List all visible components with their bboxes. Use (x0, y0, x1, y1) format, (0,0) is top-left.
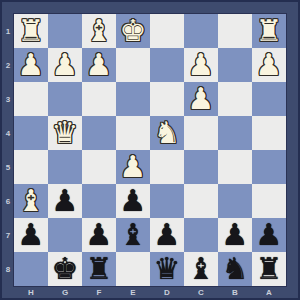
square-b1[interactable] (218, 14, 252, 48)
square-f4[interactable] (82, 116, 116, 150)
square-a8[interactable]: ♜ (252, 252, 286, 286)
square-e3[interactable] (116, 82, 150, 116)
square-g1[interactable] (48, 14, 82, 48)
square-f5[interactable] (82, 150, 116, 184)
square-d1[interactable] (150, 14, 184, 48)
white-knight[interactable]: ♞ (154, 116, 181, 150)
rank-label-8: 8 (2, 252, 14, 286)
white-rook[interactable]: ♜ (256, 14, 283, 48)
square-h3[interactable] (14, 82, 48, 116)
file-label-e: E (116, 286, 150, 298)
file-label-h: H (14, 286, 48, 298)
square-f1[interactable]: ♝ (82, 14, 116, 48)
square-d3[interactable] (150, 82, 184, 116)
square-a5[interactable] (252, 150, 286, 184)
square-c4[interactable] (184, 116, 218, 150)
square-g3[interactable] (48, 82, 82, 116)
square-f7[interactable]: ♟ (82, 218, 116, 252)
rank-label-2: 2 (2, 48, 14, 82)
rank-label-3: 3 (2, 82, 14, 116)
square-g6[interactable]: ♟ (48, 184, 82, 218)
square-e2[interactable] (116, 48, 150, 82)
black-pawn[interactable]: ♟ (154, 218, 181, 252)
square-b6[interactable] (218, 184, 252, 218)
black-rook[interactable]: ♜ (256, 252, 283, 286)
file-label-d: D (150, 286, 184, 298)
square-f2[interactable]: ♟ (82, 48, 116, 82)
square-d8[interactable]: ♛ (150, 252, 184, 286)
square-b8[interactable]: ♞ (218, 252, 252, 286)
file-label-a: A (252, 286, 286, 298)
square-g7[interactable] (48, 218, 82, 252)
square-h7[interactable]: ♟ (14, 218, 48, 252)
white-pawn[interactable]: ♟ (188, 48, 215, 82)
square-a2[interactable]: ♟ (252, 48, 286, 82)
square-g5[interactable] (48, 150, 82, 184)
white-pawn[interactable]: ♟ (256, 48, 283, 82)
black-pawn[interactable]: ♟ (18, 218, 45, 252)
square-e4[interactable] (116, 116, 150, 150)
square-h1[interactable]: ♜ (14, 14, 48, 48)
square-h2[interactable]: ♟ (14, 48, 48, 82)
square-g8[interactable]: ♚ (48, 252, 82, 286)
square-c3[interactable]: ♟ (184, 82, 218, 116)
square-f8[interactable]: ♜ (82, 252, 116, 286)
file-label-c: C (184, 286, 218, 298)
square-c1[interactable] (184, 14, 218, 48)
file-label-f: F (82, 286, 116, 298)
square-g4[interactable]: ♛ (48, 116, 82, 150)
chess-board-frame: 12345678 HGFEDCBA ♜♝♚♜♟♟♟♟♟♟♛♞♟♝♟♟♟♟♝♟♟♟… (0, 0, 300, 300)
black-pawn[interactable]: ♟ (222, 218, 249, 252)
white-bishop[interactable]: ♝ (86, 14, 113, 48)
white-pawn[interactable]: ♟ (18, 48, 45, 82)
square-d2[interactable] (150, 48, 184, 82)
square-b5[interactable] (218, 150, 252, 184)
square-b7[interactable]: ♟ (218, 218, 252, 252)
square-d5[interactable] (150, 150, 184, 184)
square-d7[interactable]: ♟ (150, 218, 184, 252)
black-pawn[interactable]: ♟ (256, 218, 283, 252)
square-g2[interactable]: ♟ (48, 48, 82, 82)
black-rook[interactable]: ♜ (86, 252, 113, 286)
square-e8[interactable] (116, 252, 150, 286)
square-h8[interactable] (14, 252, 48, 286)
white-king[interactable]: ♚ (120, 14, 147, 48)
rank-label-6: 6 (2, 184, 14, 218)
square-c8[interactable]: ♝ (184, 252, 218, 286)
square-e1[interactable]: ♚ (116, 14, 150, 48)
chess-board: ♜♝♚♜♟♟♟♟♟♟♛♞♟♝♟♟♟♟♝♟♟♟♚♜♛♝♞♜ (14, 14, 286, 286)
square-c6[interactable] (184, 184, 218, 218)
file-label-b: B (218, 286, 252, 298)
black-pawn[interactable]: ♟ (120, 184, 147, 218)
square-b4[interactable] (218, 116, 252, 150)
file-labels: HGFEDCBA (14, 286, 286, 298)
black-pawn[interactable]: ♟ (52, 184, 79, 218)
square-c5[interactable] (184, 150, 218, 184)
square-d4[interactable]: ♞ (150, 116, 184, 150)
white-pawn[interactable]: ♟ (52, 48, 79, 82)
white-queen[interactable]: ♛ (52, 116, 79, 150)
square-f3[interactable] (82, 82, 116, 116)
square-f6[interactable] (82, 184, 116, 218)
black-bishop[interactable]: ♝ (188, 252, 215, 286)
white-pawn[interactable]: ♟ (86, 48, 113, 82)
file-label-g: G (48, 286, 82, 298)
white-rook[interactable]: ♜ (18, 14, 45, 48)
square-c2[interactable]: ♟ (184, 48, 218, 82)
square-a1[interactable]: ♜ (252, 14, 286, 48)
white-pawn[interactable]: ♟ (120, 150, 147, 184)
square-h4[interactable] (14, 116, 48, 150)
black-king[interactable]: ♚ (52, 252, 79, 286)
square-d6[interactable] (150, 184, 184, 218)
rank-label-4: 4 (2, 116, 14, 150)
square-h6[interactable]: ♝ (14, 184, 48, 218)
square-e5[interactable]: ♟ (116, 150, 150, 184)
rank-label-1: 1 (2, 14, 14, 48)
square-a7[interactable]: ♟ (252, 218, 286, 252)
white-bishop[interactable]: ♝ (18, 184, 45, 218)
white-pawn[interactable]: ♟ (188, 82, 215, 116)
square-b2[interactable] (218, 48, 252, 82)
square-h5[interactable] (14, 150, 48, 184)
black-pawn[interactable]: ♟ (86, 218, 113, 252)
square-c7[interactable] (184, 218, 218, 252)
black-knight[interactable]: ♞ (222, 252, 249, 286)
square-e6[interactable]: ♟ (116, 184, 150, 218)
rank-label-5: 5 (2, 150, 14, 184)
rank-labels: 12345678 (2, 14, 14, 286)
square-a4[interactable] (252, 116, 286, 150)
square-e7[interactable]: ♝ (116, 218, 150, 252)
square-a6[interactable] (252, 184, 286, 218)
black-bishop[interactable]: ♝ (120, 218, 147, 252)
black-queen[interactable]: ♛ (154, 252, 181, 286)
square-a3[interactable] (252, 82, 286, 116)
rank-label-7: 7 (2, 218, 14, 252)
square-b3[interactable] (218, 82, 252, 116)
